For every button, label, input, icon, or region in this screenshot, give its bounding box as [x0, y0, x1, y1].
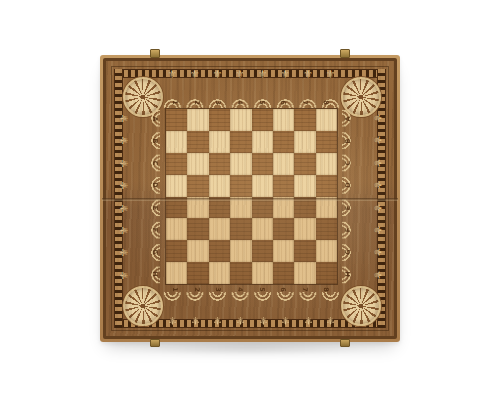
file-label: G	[337, 247, 359, 256]
square-C7[interactable]	[294, 153, 315, 175]
square-C4[interactable]	[230, 153, 251, 175]
fleur-de-lis-icon: ⚜	[161, 311, 184, 327]
square-B5[interactable]	[252, 131, 273, 153]
square-D2[interactable]	[187, 175, 208, 197]
fleur-de-lis-icon: ⚜	[361, 178, 383, 193]
fleur-de-lis-icon: ⚜	[361, 111, 383, 126]
hinge-icon	[150, 49, 160, 58]
fleur-ornament-row-top: ⚜⚜⚜⚜⚜⚜⚜⚜	[161, 68, 342, 84]
square-H4[interactable]	[230, 262, 251, 284]
square-D1[interactable]	[166, 175, 187, 197]
square-F6[interactable]	[273, 218, 294, 240]
fleur-de-lis-icon: ⚜	[118, 200, 140, 215]
file-label: C	[143, 159, 165, 168]
fleur-de-lis-icon: ⚜	[361, 200, 383, 215]
fold-seam	[102, 198, 398, 201]
square-F2[interactable]	[187, 218, 208, 240]
fleur-de-lis-icon: ⚜	[319, 68, 342, 84]
square-G3[interactable]	[209, 240, 230, 262]
product-photo: ⚜⚜⚜⚜⚜⚜⚜⚜ ⚜⚜⚜⚜⚜⚜⚜⚜ ⚜⚜⚜⚜⚜⚜⚜⚜ ⚜⚜⚜⚜⚜⚜⚜⚜ 1234…	[0, 0, 500, 400]
corner-rosette-icon	[123, 286, 163, 326]
square-F3[interactable]	[209, 218, 230, 240]
latch-icon	[150, 339, 160, 347]
file-label: E	[337, 203, 359, 212]
square-H1[interactable]	[166, 262, 187, 284]
file-label: H	[337, 269, 359, 278]
square-C8[interactable]	[316, 153, 337, 175]
file-labels-left: ABCDEFGH	[150, 108, 159, 285]
square-B6[interactable]	[273, 131, 294, 153]
chess-box: ⚜⚜⚜⚜⚜⚜⚜⚜ ⚜⚜⚜⚜⚜⚜⚜⚜ ⚜⚜⚜⚜⚜⚜⚜⚜ ⚜⚜⚜⚜⚜⚜⚜⚜ 1234…	[100, 55, 400, 342]
square-A5[interactable]	[252, 109, 273, 131]
square-H2[interactable]	[187, 262, 208, 284]
fleur-de-lis-icon: ⚜	[118, 111, 140, 126]
fleur-de-lis-icon: ⚜	[229, 311, 252, 327]
square-A7[interactable]	[294, 109, 315, 131]
square-H8[interactable]	[316, 262, 337, 284]
square-B3[interactable]	[209, 131, 230, 153]
fleur-de-lis-icon: ⚜	[361, 133, 383, 148]
square-H3[interactable]	[209, 262, 230, 284]
square-G4[interactable]	[230, 240, 251, 262]
square-G1[interactable]	[166, 240, 187, 262]
file-labels-right: ABCDEFGH	[344, 108, 353, 285]
file-label: A	[337, 115, 359, 124]
square-D4[interactable]	[230, 175, 251, 197]
fleur-ornament-row-right: ⚜⚜⚜⚜⚜⚜⚜⚜	[365, 107, 380, 286]
fleur-de-lis-icon: ⚜	[206, 68, 229, 84]
fleur-de-lis-icon: ⚜	[274, 311, 297, 327]
fleur-de-lis-icon: ⚜	[252, 68, 275, 84]
square-D6[interactable]	[273, 175, 294, 197]
rank-labels-bottom: 12345678	[165, 285, 338, 294]
file-label: A	[143, 115, 165, 124]
file-label: D	[337, 181, 359, 190]
hinge-icon	[340, 49, 350, 58]
square-D3[interactable]	[209, 175, 230, 197]
square-F1[interactable]	[166, 218, 187, 240]
corner-rosette-icon	[341, 286, 381, 326]
square-C5[interactable]	[252, 153, 273, 175]
square-G7[interactable]	[294, 240, 315, 262]
fleur-de-lis-icon: ⚜	[252, 311, 275, 327]
file-label: F	[143, 225, 165, 234]
fleur-de-lis-icon: ⚜	[161, 68, 184, 84]
square-G6[interactable]	[273, 240, 294, 262]
file-label: H	[143, 269, 165, 278]
square-B7[interactable]	[294, 131, 315, 153]
square-F5[interactable]	[252, 218, 273, 240]
latch-icon	[340, 339, 350, 347]
square-F4[interactable]	[230, 218, 251, 240]
fleur-ornament-row-left: ⚜⚜⚜⚜⚜⚜⚜⚜	[122, 107, 137, 286]
fleur-de-lis-icon: ⚜	[297, 68, 320, 84]
square-H7[interactable]	[294, 262, 315, 284]
fleur-de-lis-icon: ⚜	[229, 68, 252, 84]
square-H6[interactable]	[273, 262, 294, 284]
fleur-de-lis-icon: ⚜	[118, 223, 140, 238]
square-D7[interactable]	[294, 175, 315, 197]
square-A6[interactable]	[273, 109, 294, 131]
square-F8[interactable]	[316, 218, 337, 240]
rank-labels-top: 12345678	[165, 98, 338, 107]
file-label: B	[337, 137, 359, 146]
fleur-de-lis-icon: ⚜	[297, 311, 320, 327]
file-label: F	[337, 225, 359, 234]
square-B2[interactable]	[187, 131, 208, 153]
square-G2[interactable]	[187, 240, 208, 262]
square-A4[interactable]	[230, 109, 251, 131]
square-C2[interactable]	[187, 153, 208, 175]
square-A1[interactable]	[166, 109, 187, 131]
square-C3[interactable]	[209, 153, 230, 175]
square-A2[interactable]	[187, 109, 208, 131]
fleur-de-lis-icon: ⚜	[319, 311, 342, 327]
fleur-de-lis-icon: ⚜	[206, 311, 229, 327]
fleur-de-lis-icon: ⚜	[184, 68, 207, 84]
square-B4[interactable]	[230, 131, 251, 153]
fleur-de-lis-icon: ⚜	[361, 223, 383, 238]
square-H5[interactable]	[252, 262, 273, 284]
square-G5[interactable]	[252, 240, 273, 262]
fleur-de-lis-icon: ⚜	[118, 133, 140, 148]
square-B1[interactable]	[166, 131, 187, 153]
square-G8[interactable]	[316, 240, 337, 262]
square-C1[interactable]	[166, 153, 187, 175]
chess-board-grid[interactable]	[165, 108, 338, 285]
square-B8[interactable]	[316, 131, 337, 153]
fleur-de-lis-icon: ⚜	[361, 245, 383, 260]
file-label: E	[143, 203, 165, 212]
fleur-de-lis-icon: ⚜	[184, 311, 207, 327]
square-D5[interactable]	[252, 175, 273, 197]
square-D8[interactable]	[316, 175, 337, 197]
fleur-de-lis-icon: ⚜	[361, 155, 383, 170]
fleur-de-lis-icon: ⚜	[274, 68, 297, 84]
square-A3[interactable]	[209, 109, 230, 131]
file-label: C	[337, 159, 359, 168]
square-A8[interactable]	[316, 109, 337, 131]
fleur-ornament-row-bottom: ⚜⚜⚜⚜⚜⚜⚜⚜	[161, 311, 342, 327]
square-C6[interactable]	[273, 153, 294, 175]
fleur-de-lis-icon: ⚜	[118, 245, 140, 260]
fleur-de-lis-icon: ⚜	[118, 267, 140, 282]
fleur-de-lis-icon: ⚜	[118, 155, 140, 170]
square-F7[interactable]	[294, 218, 315, 240]
fleur-de-lis-icon: ⚜	[118, 178, 140, 193]
fleur-de-lis-icon: ⚜	[361, 267, 383, 282]
file-label: G	[143, 247, 165, 256]
file-label: B	[143, 137, 165, 146]
file-label: D	[143, 181, 165, 190]
